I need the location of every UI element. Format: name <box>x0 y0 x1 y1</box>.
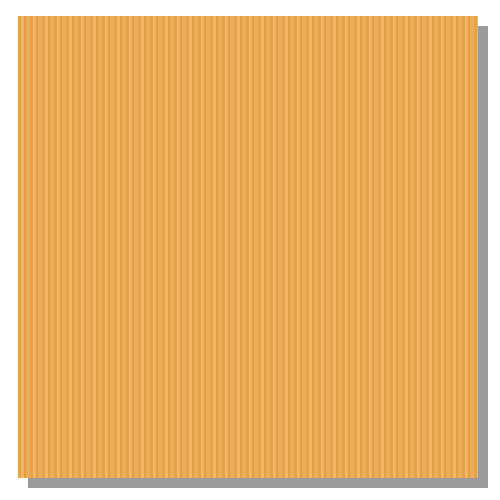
go-board <box>18 16 478 478</box>
stone-grid <box>20 20 474 474</box>
go-app-window <box>0 0 500 500</box>
